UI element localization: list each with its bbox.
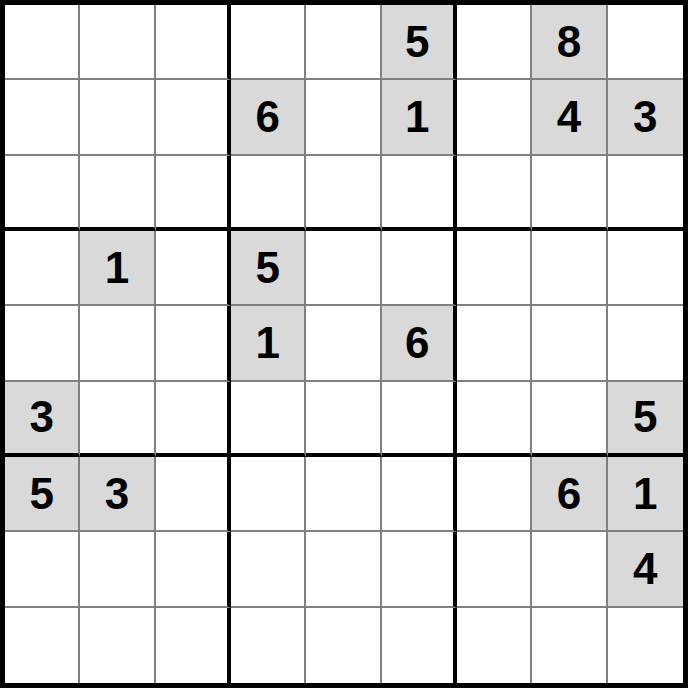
cell-r8c9[interactable]: 4 [608,532,683,607]
cell-r2c1[interactable] [5,80,80,155]
cell-r8c5[interactable] [306,532,381,607]
cell-r8c3[interactable] [156,532,231,607]
cell-r2c4[interactable]: 6 [231,80,306,155]
cell-r1c6[interactable]: 5 [382,5,457,80]
cell-r3c3[interactable] [156,156,231,231]
sudoku-board: 58614315163553614 [0,0,688,688]
cell-r9c5[interactable] [306,608,381,683]
cell-r2c7[interactable] [457,80,532,155]
cell-r3c7[interactable] [457,156,532,231]
cell-r6c7[interactable] [457,382,532,457]
cell-r8c7[interactable] [457,532,532,607]
cell-r7c3[interactable] [156,457,231,532]
cell-r4c9[interactable] [608,231,683,306]
cell-r8c8[interactable] [532,532,607,607]
cell-r9c2[interactable] [80,608,155,683]
cell-r9c1[interactable] [5,608,80,683]
cell-r8c4[interactable] [231,532,306,607]
cell-r6c9[interactable]: 5 [608,382,683,457]
cell-r7c1[interactable]: 5 [5,457,80,532]
cell-r4c7[interactable] [457,231,532,306]
cell-r4c2[interactable]: 1 [80,231,155,306]
cell-r5c5[interactable] [306,306,381,381]
cell-r6c2[interactable] [80,382,155,457]
cell-r8c2[interactable] [80,532,155,607]
cell-r7c4[interactable] [231,457,306,532]
cell-r5c8[interactable] [532,306,607,381]
cell-r4c3[interactable] [156,231,231,306]
cell-r5c7[interactable] [457,306,532,381]
cell-r3c1[interactable] [5,156,80,231]
cell-r4c5[interactable] [306,231,381,306]
cell-r6c5[interactable] [306,382,381,457]
cell-r5c9[interactable] [608,306,683,381]
cell-r9c7[interactable] [457,608,532,683]
cell-r9c4[interactable] [231,608,306,683]
cell-r7c7[interactable] [457,457,532,532]
cell-r7c8[interactable]: 6 [532,457,607,532]
cell-r3c8[interactable] [532,156,607,231]
cell-r1c2[interactable] [80,5,155,80]
cell-r2c3[interactable] [156,80,231,155]
cell-r2c6[interactable]: 1 [382,80,457,155]
cell-r9c3[interactable] [156,608,231,683]
cell-r3c2[interactable] [80,156,155,231]
cell-r1c1[interactable] [5,5,80,80]
cell-r5c1[interactable] [5,306,80,381]
cell-r1c9[interactable] [608,5,683,80]
cell-r2c2[interactable] [80,80,155,155]
cell-r3c6[interactable] [382,156,457,231]
cell-r5c6[interactable]: 6 [382,306,457,381]
cell-r4c1[interactable] [5,231,80,306]
cell-r7c5[interactable] [306,457,381,532]
cell-r3c9[interactable] [608,156,683,231]
cell-r2c5[interactable] [306,80,381,155]
cell-r6c4[interactable] [231,382,306,457]
cell-r1c8[interactable]: 8 [532,5,607,80]
cell-r2c9[interactable]: 3 [608,80,683,155]
cell-r5c2[interactable] [80,306,155,381]
cell-r2c8[interactable]: 4 [532,80,607,155]
cell-r4c4[interactable]: 5 [231,231,306,306]
cell-r5c3[interactable] [156,306,231,381]
cell-r1c7[interactable] [457,5,532,80]
cell-r6c6[interactable] [382,382,457,457]
cell-r1c4[interactable] [231,5,306,80]
cell-r5c4[interactable]: 1 [231,306,306,381]
cell-r3c4[interactable] [231,156,306,231]
cell-r1c3[interactable] [156,5,231,80]
cell-r4c6[interactable] [382,231,457,306]
cell-r9c6[interactable] [382,608,457,683]
cell-r6c1[interactable]: 3 [5,382,80,457]
cell-r8c1[interactable] [5,532,80,607]
cell-r3c5[interactable] [306,156,381,231]
cell-r4c8[interactable] [532,231,607,306]
cell-r7c9[interactable]: 1 [608,457,683,532]
cell-r1c5[interactable] [306,5,381,80]
cell-r8c6[interactable] [382,532,457,607]
cell-r7c2[interactable]: 3 [80,457,155,532]
cell-r9c8[interactable] [532,608,607,683]
cell-r6c3[interactable] [156,382,231,457]
cell-r9c9[interactable] [608,608,683,683]
cell-r7c6[interactable] [382,457,457,532]
cell-r6c8[interactable] [532,382,607,457]
